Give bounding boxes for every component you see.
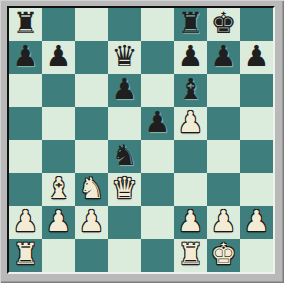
- square-d6[interactable]: ♟: [108, 74, 141, 107]
- square-c2[interactable]: ♟: [75, 206, 108, 239]
- square-a5[interactable]: [9, 107, 42, 140]
- square-e7[interactable]: [141, 41, 174, 74]
- square-b5[interactable]: [42, 107, 75, 140]
- square-h4[interactable]: [240, 140, 273, 173]
- square-d1[interactable]: [108, 239, 141, 272]
- square-e5[interactable]: ♟: [141, 107, 174, 140]
- square-b3[interactable]: ♝: [42, 173, 75, 206]
- square-f8[interactable]: ♜: [174, 8, 207, 41]
- black-pawn: ♟: [178, 42, 204, 71]
- black-bishop: ♝: [178, 75, 204, 104]
- square-c8[interactable]: [75, 8, 108, 41]
- square-f3[interactable]: [174, 173, 207, 206]
- square-f1[interactable]: ♜: [174, 239, 207, 272]
- square-h6[interactable]: [240, 74, 273, 107]
- white-pawn: ♟: [244, 207, 270, 236]
- square-h8[interactable]: [240, 8, 273, 41]
- white-pawn: ♟: [211, 207, 237, 236]
- square-c6[interactable]: [75, 74, 108, 107]
- square-f6[interactable]: ♝: [174, 74, 207, 107]
- black-king: ♚: [211, 9, 237, 38]
- square-b7[interactable]: ♟: [42, 41, 75, 74]
- square-d5[interactable]: [108, 107, 141, 140]
- white-king: ♚: [211, 240, 237, 269]
- square-d2[interactable]: [108, 206, 141, 239]
- square-c1[interactable]: [75, 239, 108, 272]
- square-g8[interactable]: ♚: [207, 8, 240, 41]
- square-f5[interactable]: ♟: [174, 107, 207, 140]
- square-d8[interactable]: [108, 8, 141, 41]
- white-queen: ♛: [112, 174, 138, 203]
- square-c5[interactable]: [75, 107, 108, 140]
- square-e8[interactable]: [141, 8, 174, 41]
- square-e2[interactable]: [141, 206, 174, 239]
- square-b1[interactable]: [42, 239, 75, 272]
- square-a8[interactable]: ♜: [9, 8, 42, 41]
- square-a1[interactable]: ♜: [9, 239, 42, 272]
- square-d7[interactable]: ♛: [108, 41, 141, 74]
- square-a4[interactable]: [9, 140, 42, 173]
- square-c3[interactable]: ♞: [75, 173, 108, 206]
- white-rook: ♜: [178, 240, 204, 269]
- square-g7[interactable]: ♟: [207, 41, 240, 74]
- black-pawn: ♟: [145, 108, 171, 137]
- square-a7[interactable]: ♟: [9, 41, 42, 74]
- square-h3[interactable]: [240, 173, 273, 206]
- square-e3[interactable]: [141, 173, 174, 206]
- white-bishop: ♝: [46, 174, 72, 203]
- square-d3[interactable]: ♛: [108, 173, 141, 206]
- square-c4[interactable]: [75, 140, 108, 173]
- black-rook: ♜: [13, 9, 39, 38]
- square-f4[interactable]: [174, 140, 207, 173]
- black-knight: ♞: [112, 141, 138, 170]
- white-knight: ♞: [79, 174, 105, 203]
- square-h5[interactable]: [240, 107, 273, 140]
- white-pawn: ♟: [178, 108, 204, 137]
- white-pawn: ♟: [178, 207, 204, 236]
- square-g6[interactable]: [207, 74, 240, 107]
- square-c7[interactable]: [75, 41, 108, 74]
- square-a2[interactable]: ♟: [9, 206, 42, 239]
- square-e6[interactable]: [141, 74, 174, 107]
- square-b4[interactable]: [42, 140, 75, 173]
- square-b6[interactable]: [42, 74, 75, 107]
- square-g4[interactable]: [207, 140, 240, 173]
- square-a3[interactable]: [9, 173, 42, 206]
- black-pawn: ♟: [112, 75, 138, 104]
- chess-board: ♜♜♚♟♟♛♟♟♟♟♝♟♟♞♝♞♛♟♟♟♟♟♟♜♜♚: [7, 6, 275, 274]
- square-e4[interactable]: [141, 140, 174, 173]
- black-pawn: ♟: [244, 42, 270, 71]
- square-g3[interactable]: [207, 173, 240, 206]
- white-rook: ♜: [13, 240, 39, 269]
- square-h1[interactable]: [240, 239, 273, 272]
- black-pawn: ♟: [211, 42, 237, 71]
- square-d4[interactable]: ♞: [108, 140, 141, 173]
- square-b8[interactable]: [42, 8, 75, 41]
- square-h7[interactable]: ♟: [240, 41, 273, 74]
- white-pawn: ♟: [13, 207, 39, 236]
- square-a6[interactable]: [9, 74, 42, 107]
- square-f7[interactable]: ♟: [174, 41, 207, 74]
- white-pawn: ♟: [46, 207, 72, 236]
- square-b2[interactable]: ♟: [42, 206, 75, 239]
- square-g2[interactable]: ♟: [207, 206, 240, 239]
- black-rook: ♜: [178, 9, 204, 38]
- square-h2[interactable]: ♟: [240, 206, 273, 239]
- black-pawn: ♟: [46, 42, 72, 71]
- square-g5[interactable]: [207, 107, 240, 140]
- black-pawn: ♟: [13, 42, 39, 71]
- white-pawn: ♟: [79, 207, 105, 236]
- chess-board-frame: ♜♜♚♟♟♛♟♟♟♟♝♟♟♞♝♞♛♟♟♟♟♟♟♜♜♚: [0, 0, 284, 283]
- black-queen: ♛: [112, 42, 138, 71]
- square-g1[interactable]: ♚: [207, 239, 240, 272]
- square-e1[interactable]: [141, 239, 174, 272]
- square-f2[interactable]: ♟: [174, 206, 207, 239]
